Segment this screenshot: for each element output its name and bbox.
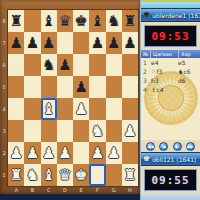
square-h3[interactable]: ♟ [122, 120, 138, 142]
white-pawn-a2[interactable]: ♟ [8, 142, 24, 164]
white-pawn-d2[interactable]: ♟ [57, 142, 73, 164]
square-a6[interactable] [8, 54, 24, 76]
square-a2[interactable]: ♟ [8, 142, 24, 164]
square-d1[interactable]: ♛ [57, 164, 73, 186]
white-bishop-c4[interactable]: ♝ [41, 98, 57, 120]
square-d6[interactable]: ♟ [57, 54, 73, 76]
white-knight-f3[interactable]: ♞ [89, 120, 105, 142]
square-e2[interactable] [73, 142, 89, 164]
square-b8[interactable] [24, 10, 40, 32]
square-h6[interactable] [122, 54, 138, 76]
square-c3[interactable] [41, 120, 57, 142]
square-c5[interactable] [41, 76, 57, 98]
white-queen-d1[interactable]: ♛ [57, 164, 73, 186]
rank-label-6: 6 [0, 54, 8, 76]
square-h8[interactable]: ♜ [122, 10, 138, 32]
white-knight-b1[interactable]: ♞ [24, 164, 40, 186]
bottom-player-name: obli121 (1641) [152, 156, 196, 163]
square-c7[interactable]: ♟ [41, 32, 57, 54]
square-e4[interactable]: ♟ [73, 98, 89, 120]
navigation-strip: ◀◀◀▶▶▶ [141, 140, 200, 152]
black-bishop-c8[interactable]: ♝ [41, 10, 57, 32]
square-b5[interactable] [24, 76, 40, 98]
moves-header-white: Цагаан [151, 50, 178, 58]
square-g5[interactable] [106, 76, 122, 98]
black-king-e8[interactable]: ♚ [73, 10, 89, 32]
move-cell-n-4[interactable]: 4 [141, 86, 150, 93]
board-frame: 87654321 ABCDEFGH ♜♝♛♚♝♞♜♟♟♟♟♟♟♞♟♟♝♟♞♟♟♟… [0, 0, 140, 194]
square-f5[interactable] [89, 76, 105, 98]
square-e7[interactable] [73, 32, 89, 54]
rank-labels: 87654321 [0, 10, 8, 186]
square-d2[interactable]: ♟ [57, 142, 73, 164]
square-g2[interactable]: ♟ [106, 142, 122, 164]
square-h7[interactable]: ♟ [122, 32, 138, 54]
square-f2[interactable]: ♟ [89, 142, 105, 164]
square-c8[interactable]: ♝ [41, 10, 57, 32]
top-player-bar: ♚ ublerdene1 (1639) [141, 8, 200, 22]
top-player-name: ublerdene1 (1639) [152, 12, 200, 19]
black-pawn-d6[interactable]: ♟ [57, 54, 73, 76]
bottom-player-clock: 09:55 [144, 169, 197, 191]
white-pawn-h3[interactable]: ♟ [122, 120, 138, 142]
black-knight-c6[interactable]: ♞ [41, 54, 57, 76]
first-move-button[interactable]: ◀◀ [146, 142, 155, 151]
square-d4[interactable] [57, 98, 73, 120]
move-row-2[interactable]: 2♘f3♞c6 [141, 67, 200, 76]
file-label-f: F [89, 186, 105, 194]
square-a4[interactable] [8, 98, 24, 120]
file-label-g: G [106, 186, 122, 194]
file-label-e: E [73, 186, 89, 194]
square-b6[interactable] [24, 54, 40, 76]
square-b3[interactable] [24, 120, 40, 142]
white-pawn-g2[interactable]: ♟ [106, 142, 122, 164]
move-row-1[interactable]: 1e4e5 [141, 58, 200, 67]
black-king-icon: ♚ [143, 11, 150, 19]
black-pawn-e5[interactable]: ♟ [73, 76, 89, 98]
black-queen-d8[interactable]: ♛ [57, 10, 73, 32]
square-h4[interactable] [122, 98, 138, 120]
move-row-4[interactable]: 4♗c4 [141, 85, 200, 94]
black-pawn-a7[interactable]: ♟ [8, 32, 24, 54]
move-cell-w-1[interactable]: e4 [150, 59, 177, 66]
black-rook-h8[interactable]: ♜ [122, 10, 138, 32]
file-label-d: D [57, 186, 73, 194]
square-e5[interactable]: ♟ [73, 76, 89, 98]
white-bishop-c1[interactable]: ♝ [41, 164, 57, 186]
square-e1[interactable]: ♚ [73, 164, 89, 186]
square-g7[interactable]: ♟ [106, 32, 122, 54]
move-cell-b-1[interactable]: e5 [177, 59, 200, 66]
square-g6[interactable] [106, 54, 122, 76]
black-rook-a8[interactable]: ♜ [8, 10, 24, 32]
square-b7[interactable]: ♟ [24, 32, 40, 54]
moves-list: 1e4e52♘f3♞c63h3d64♗c4 [141, 58, 200, 140]
square-e6[interactable] [73, 54, 89, 76]
square-e8[interactable]: ♚ [73, 10, 89, 32]
moves-header-black: Хар [179, 50, 200, 58]
square-f1[interactable] [89, 164, 105, 186]
bottom-player-bar: ♚ obli121 (1641) [141, 152, 200, 166]
previous-move-button[interactable]: ◀ [159, 142, 168, 151]
square-h1[interactable]: ♜ [122, 164, 138, 186]
rank-label-4: 4 [0, 98, 8, 120]
next-move-button[interactable]: ▶ [173, 142, 182, 151]
square-a1[interactable]: ♜ [8, 164, 24, 186]
game-panel: ♚ ublerdene1 (1639) 09:53 № Цагаан Хар 1… [140, 0, 200, 200]
square-d3[interactable] [57, 120, 73, 142]
black-pawn-g7[interactable]: ♟ [106, 32, 122, 54]
file-labels: ABCDEFGH [8, 186, 138, 194]
square-g8[interactable]: ♞ [106, 10, 122, 32]
square-a5[interactable] [8, 76, 24, 98]
white-king-e1[interactable]: ♚ [73, 164, 89, 186]
square-b4[interactable] [24, 98, 40, 120]
square-d8[interactable]: ♛ [57, 10, 73, 32]
rank-label-5: 5 [0, 76, 8, 98]
black-pawn-h7[interactable]: ♟ [122, 32, 138, 54]
white-pawn-f2[interactable]: ♟ [89, 142, 105, 164]
square-h5[interactable] [122, 76, 138, 98]
file-label-c: C [41, 186, 57, 194]
move-cell-n-3[interactable]: 3 [141, 77, 150, 84]
square-g3[interactable] [106, 120, 122, 142]
top-player-clock: 09:53 [144, 25, 197, 47]
rank-label-7: 7 [0, 32, 8, 54]
rank-label-1: 1 [0, 164, 8, 186]
square-c1[interactable]: ♝ [41, 164, 57, 186]
move-cell-b-3[interactable]: d6 [177, 77, 200, 84]
square-c2[interactable]: ♟ [41, 142, 57, 164]
board-bottom-strip [0, 194, 140, 200]
white-pawn-c2[interactable]: ♟ [41, 142, 57, 164]
bottom-clock-box: 09:55 [141, 166, 200, 194]
white-pawn-e4[interactable]: ♟ [73, 98, 89, 120]
square-f8[interactable]: ♝ [89, 10, 105, 32]
move-cell-b-2[interactable]: ♞c6 [177, 68, 200, 75]
square-a7[interactable]: ♟ [8, 32, 24, 54]
square-f3[interactable]: ♞ [89, 120, 105, 142]
move-row-3[interactable]: 3h3d6 [141, 76, 200, 85]
moves-table-header: № Цагаан Хар [141, 50, 200, 58]
square-c6[interactable]: ♞ [41, 54, 57, 76]
square-d5[interactable] [57, 76, 73, 98]
white-rook-a1[interactable]: ♜ [8, 164, 24, 186]
last-move-button[interactable]: ▶▶ [186, 142, 195, 151]
move-cell-n-2[interactable]: 2 [141, 68, 150, 75]
black-pawn-b7[interactable]: ♟ [24, 32, 40, 54]
move-cell-w-3[interactable]: h3 [150, 77, 177, 84]
square-a8[interactable]: ♜ [8, 10, 24, 32]
square-g1[interactable] [106, 164, 122, 186]
panel-bottom-strip [141, 194, 200, 200]
move-cell-w-4[interactable]: ♗c4 [150, 86, 177, 93]
square-f4[interactable] [89, 98, 105, 120]
rank-label-3: 3 [0, 120, 8, 142]
square-b1[interactable]: ♞ [24, 164, 40, 186]
white-pawn-b2[interactable]: ♟ [24, 142, 40, 164]
move-cell-w-2[interactable]: ♘f3 [150, 68, 177, 75]
white-king-icon: ♚ [143, 155, 150, 163]
square-d7[interactable] [57, 32, 73, 54]
board-area: 87654321 ABCDEFGH ♜♝♛♚♝♞♜♟♟♟♟♟♟♞♟♟♝♟♞♟♟♟… [0, 0, 140, 200]
moves-header-number: № [141, 50, 150, 58]
white-rook-h1[interactable]: ♜ [122, 164, 138, 186]
file-label-b: B [24, 186, 40, 194]
move-cell-n-1[interactable]: 1 [141, 59, 150, 66]
square-g4[interactable] [106, 98, 122, 120]
rank-label-2: 2 [0, 142, 8, 164]
file-label-h: H [122, 186, 138, 194]
square-h2[interactable] [122, 142, 138, 164]
chess-board: ♜♝♛♚♝♞♜♟♟♟♟♟♟♞♟♟♝♟♞♟♟♟♟♟♟♟♜♞♝♛♚♜ [8, 10, 138, 186]
black-knight-g8[interactable]: ♞ [106, 10, 122, 32]
rank-label-8: 8 [0, 10, 8, 32]
black-bishop-f8[interactable]: ♝ [89, 10, 105, 32]
file-label-a: A [8, 186, 24, 194]
black-pawn-f7[interactable]: ♟ [89, 32, 105, 54]
square-c4[interactable]: ♝ [41, 98, 57, 120]
top-clock-box: 09:53 [141, 22, 200, 50]
square-a3[interactable] [8, 120, 24, 142]
black-pawn-c7[interactable]: ♟ [41, 32, 57, 54]
square-e3[interactable] [73, 120, 89, 142]
square-f7[interactable]: ♟ [89, 32, 105, 54]
square-b2[interactable]: ♟ [24, 142, 40, 164]
chess-app-window: 87654321 ABCDEFGH ♜♝♛♚♝♞♜♟♟♟♟♟♟♞♟♟♝♟♞♟♟♟… [0, 0, 200, 200]
square-f6[interactable] [89, 54, 105, 76]
